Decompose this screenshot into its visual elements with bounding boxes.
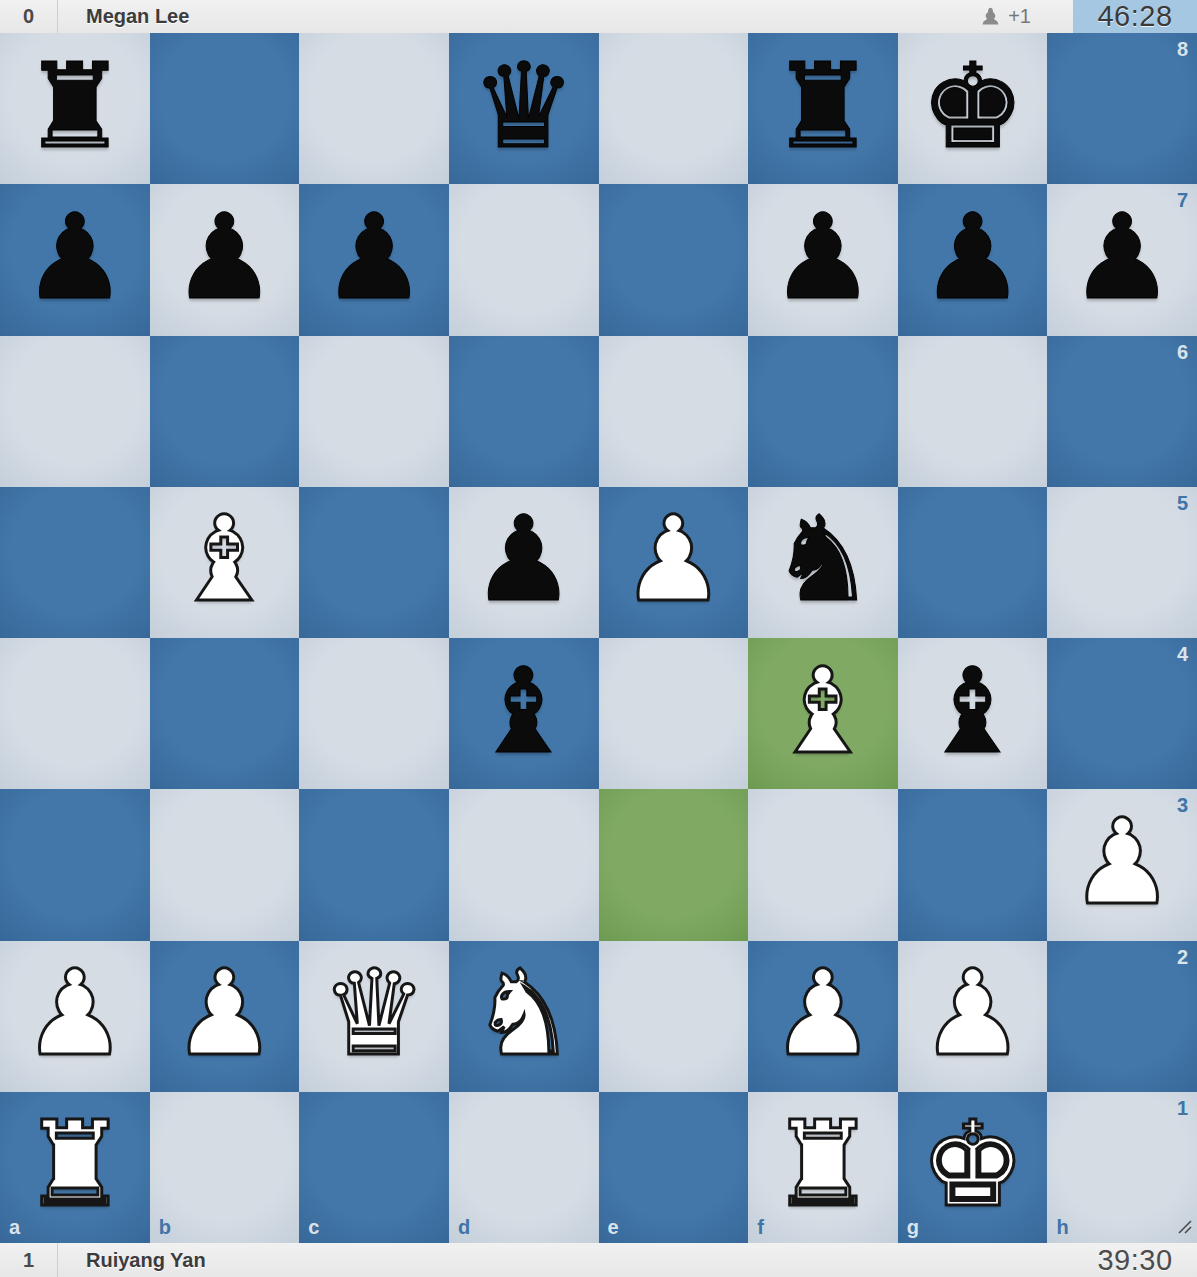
square-d7[interactable] bbox=[449, 184, 599, 335]
square-f8[interactable]: ♜ bbox=[748, 33, 898, 184]
square-a8[interactable]: ♜ bbox=[0, 33, 150, 184]
square-b8[interactable] bbox=[150, 33, 300, 184]
square-e7[interactable] bbox=[599, 184, 749, 335]
white-pawn[interactable]: ♟ bbox=[0, 941, 150, 1092]
square-a6[interactable] bbox=[0, 336, 150, 487]
white-pawn[interactable]: ♟ bbox=[150, 941, 300, 1092]
rank-label-2: 2 bbox=[1177, 947, 1188, 967]
black-rook[interactable]: ♜ bbox=[748, 33, 898, 184]
square-d6[interactable] bbox=[449, 336, 599, 487]
file-label-d: d bbox=[458, 1217, 470, 1237]
bottom-player-name[interactable]: Ruiyang Yan bbox=[86, 1249, 206, 1272]
square-h5[interactable]: 5 bbox=[1047, 487, 1197, 638]
white-bishop[interactable]: ♝ bbox=[150, 487, 300, 638]
white-bishop[interactable]: ♝ bbox=[748, 638, 898, 789]
file-label-f: f bbox=[757, 1217, 764, 1237]
square-f1[interactable]: ♜f bbox=[748, 1092, 898, 1243]
square-g2[interactable]: ♟ bbox=[898, 941, 1048, 1092]
board-resize-handle-icon[interactable] bbox=[1176, 1218, 1193, 1239]
black-pawn[interactable]: ♟ bbox=[150, 184, 300, 335]
square-a7[interactable]: ♟ bbox=[0, 184, 150, 335]
spectator-icon bbox=[980, 6, 1001, 27]
square-b5[interactable]: ♝ bbox=[150, 487, 300, 638]
top-player-clock: 46:28 bbox=[1073, 0, 1197, 33]
square-e5[interactable]: ♟ bbox=[599, 487, 749, 638]
spectator-count-label: +1 bbox=[1008, 5, 1031, 28]
black-pawn[interactable]: ♟ bbox=[1047, 184, 1197, 335]
bottom-player-bar: 1 Ruiyang Yan 39:30 bbox=[0, 1243, 1197, 1277]
square-c8[interactable] bbox=[299, 33, 449, 184]
square-f7[interactable]: ♟ bbox=[748, 184, 898, 335]
square-g6[interactable] bbox=[898, 336, 1048, 487]
square-e1[interactable]: e bbox=[599, 1092, 749, 1243]
square-b6[interactable] bbox=[150, 336, 300, 487]
white-knight[interactable]: ♞ bbox=[449, 941, 599, 1092]
file-label-b: b bbox=[159, 1217, 171, 1237]
rank-label-6: 6 bbox=[1177, 342, 1188, 362]
white-queen[interactable]: ♛ bbox=[299, 941, 449, 1092]
square-e6[interactable] bbox=[599, 336, 749, 487]
top-player-score: 0 bbox=[0, 5, 57, 28]
top-player-bar: 0 Megan Lee +1 46:28 bbox=[0, 0, 1197, 33]
white-king[interactable]: ♚ bbox=[898, 1092, 1048, 1243]
square-h6[interactable]: 6 bbox=[1047, 336, 1197, 487]
black-pawn[interactable]: ♟ bbox=[898, 184, 1048, 335]
square-h8[interactable]: 8 bbox=[1047, 33, 1197, 184]
square-f3[interactable] bbox=[748, 789, 898, 940]
square-e3[interactable] bbox=[599, 789, 749, 940]
square-g5[interactable] bbox=[898, 487, 1048, 638]
square-g8[interactable]: ♚ bbox=[898, 33, 1048, 184]
square-b3[interactable] bbox=[150, 789, 300, 940]
square-g7[interactable]: ♟ bbox=[898, 184, 1048, 335]
square-d4[interactable]: ♝ bbox=[449, 638, 599, 789]
file-label-c: c bbox=[308, 1217, 319, 1237]
rank-label-8: 8 bbox=[1177, 39, 1188, 59]
square-e8[interactable] bbox=[599, 33, 749, 184]
square-b7[interactable]: ♟ bbox=[150, 184, 300, 335]
square-c3[interactable] bbox=[299, 789, 449, 940]
black-pawn[interactable]: ♟ bbox=[0, 184, 150, 335]
white-rook[interactable]: ♜ bbox=[748, 1092, 898, 1243]
white-pawn[interactable]: ♟ bbox=[748, 941, 898, 1092]
square-d3[interactable] bbox=[449, 789, 599, 940]
rank-label-1: 1 bbox=[1177, 1098, 1188, 1118]
square-a3[interactable] bbox=[0, 789, 150, 940]
square-c6[interactable] bbox=[299, 336, 449, 487]
rank-label-5: 5 bbox=[1177, 493, 1188, 513]
bar-divider bbox=[57, 1243, 58, 1277]
file-label-g: g bbox=[907, 1217, 919, 1237]
square-d1[interactable]: d bbox=[449, 1092, 599, 1243]
top-player-name[interactable]: Megan Lee bbox=[86, 5, 189, 28]
white-pawn[interactable]: ♟ bbox=[599, 487, 749, 638]
square-g4[interactable]: ♝ bbox=[898, 638, 1048, 789]
square-c2[interactable]: ♛ bbox=[299, 941, 449, 1092]
square-d8[interactable]: ♛ bbox=[449, 33, 599, 184]
square-d5[interactable]: ♟ bbox=[449, 487, 599, 638]
square-h3[interactable]: ♟3 bbox=[1047, 789, 1197, 940]
black-queen[interactable]: ♛ bbox=[449, 33, 599, 184]
white-pawn[interactable]: ♟ bbox=[1047, 789, 1197, 940]
square-a4[interactable] bbox=[0, 638, 150, 789]
square-c4[interactable] bbox=[299, 638, 449, 789]
square-d2[interactable]: ♞ bbox=[449, 941, 599, 1092]
rank-label-4: 4 bbox=[1177, 644, 1188, 664]
square-h7[interactable]: ♟7 bbox=[1047, 184, 1197, 335]
black-pawn[interactable]: ♟ bbox=[748, 184, 898, 335]
square-e4[interactable] bbox=[599, 638, 749, 789]
black-bishop[interactable]: ♝ bbox=[898, 638, 1048, 789]
square-f4[interactable]: ♝ bbox=[748, 638, 898, 789]
square-b4[interactable] bbox=[150, 638, 300, 789]
bottom-player-clock: 39:30 bbox=[1073, 1243, 1197, 1277]
file-label-e: e bbox=[608, 1217, 619, 1237]
white-pawn[interactable]: ♟ bbox=[898, 941, 1048, 1092]
square-h2[interactable]: 2 bbox=[1047, 941, 1197, 1092]
square-b1[interactable]: b bbox=[150, 1092, 300, 1243]
square-a2[interactable]: ♟ bbox=[0, 941, 150, 1092]
square-f2[interactable]: ♟ bbox=[748, 941, 898, 1092]
square-h4[interactable]: 4 bbox=[1047, 638, 1197, 789]
black-king[interactable]: ♚ bbox=[898, 33, 1048, 184]
square-c7[interactable]: ♟ bbox=[299, 184, 449, 335]
black-pawn[interactable]: ♟ bbox=[449, 487, 599, 638]
square-h1[interactable]: h1 bbox=[1047, 1092, 1197, 1243]
chess-board: ♜♛♜♚8♟♟♟♟♟♟76♝♟♟♞5♝♝♝4♟3♟♟♛♞♟♟2♜abcde♜f♚… bbox=[0, 33, 1197, 1243]
rank-label-3: 3 bbox=[1177, 795, 1188, 815]
square-g3[interactable] bbox=[898, 789, 1048, 940]
square-a1[interactable]: ♜a bbox=[0, 1092, 150, 1243]
spectator-count: +1 bbox=[980, 5, 1031, 28]
square-c5[interactable] bbox=[299, 487, 449, 638]
square-f5[interactable]: ♞ bbox=[748, 487, 898, 638]
square-g1[interactable]: ♚g bbox=[898, 1092, 1048, 1243]
black-pawn[interactable]: ♟ bbox=[299, 184, 449, 335]
black-rook[interactable]: ♜ bbox=[0, 33, 150, 184]
black-bishop[interactable]: ♝ bbox=[449, 638, 599, 789]
white-rook[interactable]: ♜ bbox=[0, 1092, 150, 1243]
square-b2[interactable]: ♟ bbox=[150, 941, 300, 1092]
bottom-player-score: 1 bbox=[0, 1249, 57, 1272]
file-label-a: a bbox=[9, 1217, 20, 1237]
rank-label-7: 7 bbox=[1177, 190, 1188, 210]
square-a5[interactable] bbox=[0, 487, 150, 638]
bar-divider bbox=[57, 0, 58, 33]
square-c1[interactable]: c bbox=[299, 1092, 449, 1243]
black-knight[interactable]: ♞ bbox=[748, 487, 898, 638]
square-e2[interactable] bbox=[599, 941, 749, 1092]
file-label-h: h bbox=[1056, 1217, 1068, 1237]
square-f6[interactable] bbox=[748, 336, 898, 487]
